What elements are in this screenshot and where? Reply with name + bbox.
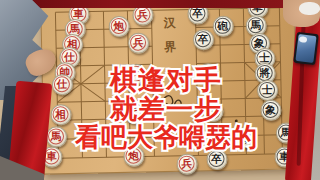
video-thumbnail: 汉 界 車馬相仕帥仕相馬車炮炮兵兵兵兵兵卒卒卒卒卒砲砲車馬象士將士象馬車 棋逢对… [0, 0, 320, 180]
piece-character: 士 [262, 80, 273, 99]
piece-character: 卒 [198, 29, 209, 48]
opponent-sleeve [299, 2, 320, 15]
smartphone [293, 32, 319, 65]
piece-red-soldier[interactable]: 兵 [127, 32, 148, 53]
piece-character: 砲 [217, 16, 228, 35]
red-tablecloth-top-edge [30, 0, 320, 8]
piece-black-cannon[interactable]: 砲 [212, 15, 233, 36]
river-label-han: 汉 [161, 15, 177, 31]
piece-black-elephant[interactable]: 象 [260, 99, 281, 120]
piece-red-horse[interactable]: 馬 [45, 126, 66, 147]
piece-black-advisor[interactable]: 士 [256, 79, 277, 100]
piece-character: 車 [46, 146, 57, 165]
piece-character: 兵 [133, 33, 144, 52]
piece-character: 炮 [113, 16, 124, 35]
piece-character: 相 [55, 104, 66, 123]
piece-character: 馬 [250, 15, 261, 34]
piece-character: 馬 [51, 126, 62, 145]
piece-character: 兵 [181, 154, 192, 173]
piece-red-soldier[interactable]: 兵 [176, 153, 197, 174]
caption-line-3: 看吧大爷嘚瑟的 [66, 120, 266, 155]
river-label-jie: 界 [162, 39, 178, 55]
piece-black-soldier[interactable]: 卒 [192, 29, 213, 50]
piece-red-cannon[interactable]: 炮 [108, 15, 129, 36]
piece-character: 象 [265, 100, 276, 119]
